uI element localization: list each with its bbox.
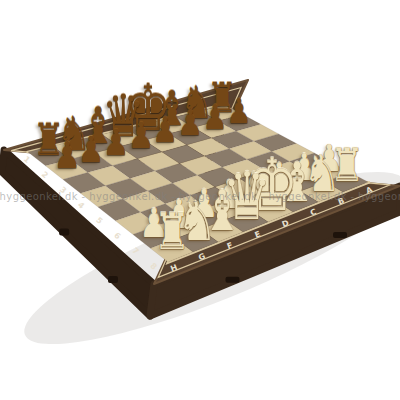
piece-dark-pawn-e2[interactable]: ♟	[127, 118, 153, 154]
rank-label-5: 5	[94, 216, 104, 227]
product-photo-stage: HGFEDCBA12345678 ♜♞♟♝♟♚♟♛♟♝♟♞♜♟♟♟♟♟♜♟♞♟♝…	[0, 0, 400, 400]
rank-label-4: 4	[76, 200, 86, 211]
piece-dark-pawn-c2[interactable]: ♟	[177, 106, 203, 141]
piece-dark-pawn-f2[interactable]: ♟	[103, 125, 129, 161]
rank-label-3: 3	[58, 185, 68, 195]
piece-dark-pawn-g2[interactable]: ♟	[78, 132, 104, 168]
piece-dark-pawn-a2[interactable]: ♟	[227, 94, 252, 128]
piece-dark-pawn-b2[interactable]: ♟	[202, 100, 227, 134]
rank-label-6: 6	[112, 231, 122, 242]
piece-dark-pawn-h2[interactable]: ♟	[53, 137, 80, 174]
hinge-1-icon	[59, 228, 69, 235]
hinge-2-icon	[108, 276, 118, 283]
piece-light-rook-h8[interactable]: ♜	[153, 207, 190, 257]
clasp-slot-1-icon	[226, 277, 240, 283]
piece-dark-pawn-d2[interactable]: ♟	[153, 113, 179, 148]
clasp-slot-2-icon	[333, 232, 347, 238]
